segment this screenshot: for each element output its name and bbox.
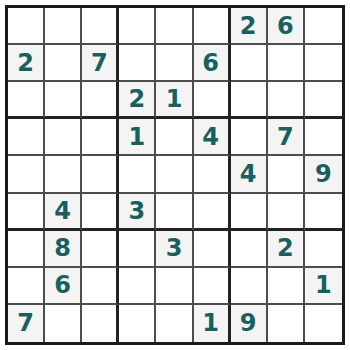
cell-r2c5[interactable] bbox=[156, 45, 193, 82]
cell-r4c7[interactable] bbox=[231, 119, 268, 156]
cell-r6c2: 4 bbox=[45, 194, 82, 231]
cell-r1c7: 2 bbox=[231, 8, 268, 45]
cell-r2c9[interactable] bbox=[305, 45, 342, 82]
cell-r4c3[interactable] bbox=[82, 119, 119, 156]
sudoku-board: 2627621147494383261719 bbox=[5, 5, 345, 345]
cell-r1c8: 6 bbox=[268, 8, 305, 45]
cell-r1c6[interactable] bbox=[194, 8, 231, 45]
cell-r8c5[interactable] bbox=[156, 268, 193, 305]
cell-r7c6[interactable] bbox=[194, 231, 231, 268]
cell-r2c7[interactable] bbox=[231, 45, 268, 82]
cell-r7c1[interactable] bbox=[8, 231, 45, 268]
cell-r2c2[interactable] bbox=[45, 45, 82, 82]
cell-r8c7[interactable] bbox=[231, 268, 268, 305]
cell-r6c6[interactable] bbox=[194, 194, 231, 231]
cell-r1c2[interactable] bbox=[45, 8, 82, 45]
cell-r4c5[interactable] bbox=[156, 119, 193, 156]
cell-r1c9[interactable] bbox=[305, 8, 342, 45]
cell-r7c7[interactable] bbox=[231, 231, 268, 268]
cell-r9c3[interactable] bbox=[82, 305, 119, 342]
cell-r2c6: 6 bbox=[194, 45, 231, 82]
cell-r3c3[interactable] bbox=[82, 82, 119, 119]
cell-r6c5[interactable] bbox=[156, 194, 193, 231]
cell-r8c1[interactable] bbox=[8, 268, 45, 305]
cell-r5c9: 9 bbox=[305, 156, 342, 193]
cell-r4c8: 7 bbox=[268, 119, 305, 156]
cell-r9c9[interactable] bbox=[305, 305, 342, 342]
cell-r3c4: 2 bbox=[119, 82, 156, 119]
cell-r3c8[interactable] bbox=[268, 82, 305, 119]
cell-r5c2[interactable] bbox=[45, 156, 82, 193]
cell-r9c5[interactable] bbox=[156, 305, 193, 342]
cell-r6c3[interactable] bbox=[82, 194, 119, 231]
cell-r1c1[interactable] bbox=[8, 8, 45, 45]
cell-r7c4[interactable] bbox=[119, 231, 156, 268]
cell-r9c1: 7 bbox=[8, 305, 45, 342]
cell-r3c1[interactable] bbox=[8, 82, 45, 119]
cell-r8c2: 6 bbox=[45, 268, 82, 305]
cell-r9c4[interactable] bbox=[119, 305, 156, 342]
cell-r7c2: 8 bbox=[45, 231, 82, 268]
cell-r4c9[interactable] bbox=[305, 119, 342, 156]
cell-r4c2[interactable] bbox=[45, 119, 82, 156]
cell-r1c5[interactable] bbox=[156, 8, 193, 45]
cell-r9c7: 9 bbox=[231, 305, 268, 342]
cell-r5c5[interactable] bbox=[156, 156, 193, 193]
cell-r9c6: 1 bbox=[194, 305, 231, 342]
cell-r3c7[interactable] bbox=[231, 82, 268, 119]
cell-r7c8: 2 bbox=[268, 231, 305, 268]
cell-r5c7: 4 bbox=[231, 156, 268, 193]
cell-r3c5: 1 bbox=[156, 82, 193, 119]
cell-r1c4[interactable] bbox=[119, 8, 156, 45]
cell-r5c6[interactable] bbox=[194, 156, 231, 193]
cell-r8c6[interactable] bbox=[194, 268, 231, 305]
cell-r2c3: 7 bbox=[82, 45, 119, 82]
cell-r3c9[interactable] bbox=[305, 82, 342, 119]
cell-r5c8[interactable] bbox=[268, 156, 305, 193]
cell-r7c5: 3 bbox=[156, 231, 193, 268]
sudoku-page: 2627621147494383261719 bbox=[0, 0, 350, 350]
cell-r7c9[interactable] bbox=[305, 231, 342, 268]
cell-r4c6: 4 bbox=[194, 119, 231, 156]
cell-r2c1: 2 bbox=[8, 45, 45, 82]
cell-r6c1[interactable] bbox=[8, 194, 45, 231]
cell-r9c2[interactable] bbox=[45, 305, 82, 342]
cell-r6c4: 3 bbox=[119, 194, 156, 231]
cell-r5c4[interactable] bbox=[119, 156, 156, 193]
cell-r8c8[interactable] bbox=[268, 268, 305, 305]
cell-r7c3[interactable] bbox=[82, 231, 119, 268]
cell-r8c9: 1 bbox=[305, 268, 342, 305]
cell-r6c8[interactable] bbox=[268, 194, 305, 231]
cell-r8c4[interactable] bbox=[119, 268, 156, 305]
cell-r3c2[interactable] bbox=[45, 82, 82, 119]
cell-r3c6[interactable] bbox=[194, 82, 231, 119]
cell-r6c7[interactable] bbox=[231, 194, 268, 231]
cell-r1c3[interactable] bbox=[82, 8, 119, 45]
cell-r5c1[interactable] bbox=[8, 156, 45, 193]
cell-r4c4: 1 bbox=[119, 119, 156, 156]
cell-r2c4[interactable] bbox=[119, 45, 156, 82]
cell-r5c3[interactable] bbox=[82, 156, 119, 193]
cell-r8c3[interactable] bbox=[82, 268, 119, 305]
cell-r9c8[interactable] bbox=[268, 305, 305, 342]
cell-r2c8[interactable] bbox=[268, 45, 305, 82]
cell-r6c9[interactable] bbox=[305, 194, 342, 231]
cell-r4c1[interactable] bbox=[8, 119, 45, 156]
